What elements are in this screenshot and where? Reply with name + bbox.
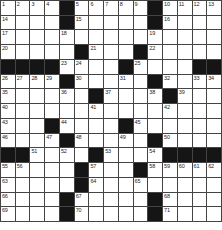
clue-number: 15 (76, 16, 82, 23)
cell-r4c1[interactable]: 20 (1, 45, 15, 59)
cell-r8c5[interactable] (60, 104, 74, 118)
black-cell-r12c10 (134, 163, 148, 177)
cell-r8c1[interactable]: 40 (1, 104, 15, 118)
cell-r3c10[interactable] (134, 30, 148, 44)
cell-r2c15[interactable] (207, 16, 221, 30)
cell-r11c4[interactable] (45, 148, 59, 162)
cell-r13c13[interactable] (178, 178, 192, 192)
cell-r12c4[interactable] (45, 163, 59, 177)
clue-number: 19 (149, 30, 155, 37)
cell-r11c11[interactable]: 54 (148, 148, 162, 162)
cell-r4c12[interactable] (163, 45, 177, 59)
cell-r7c11[interactable]: 38 (148, 89, 162, 103)
cell-r9c10[interactable]: 45 (134, 119, 148, 133)
clue-number: 2 (17, 1, 20, 8)
cell-r12c3[interactable] (30, 163, 44, 177)
cell-r10c2[interactable] (16, 134, 30, 148)
cell-r13c9[interactable] (119, 178, 133, 192)
cell-r5c12[interactable] (163, 60, 177, 74)
cell-r3c15[interactable] (207, 30, 221, 44)
black-cell-r11c12 (163, 148, 177, 162)
cell-r5c8[interactable] (104, 60, 118, 74)
cell-r6c4[interactable]: 29 (45, 75, 59, 89)
cell-r1c3[interactable]: 3 (30, 1, 44, 15)
clue-number: 27 (17, 75, 23, 82)
cell-r3c5[interactable]: 18 (60, 30, 74, 44)
black-cell-r1c11 (148, 1, 162, 15)
clue-number: 21 (90, 45, 96, 52)
cell-r8c6[interactable] (75, 104, 89, 118)
cell-r7c15[interactable] (207, 89, 221, 103)
cell-r1c9[interactable]: 8 (119, 1, 133, 15)
clue-number: 26 (2, 75, 8, 82)
cell-r3c12[interactable] (163, 30, 177, 44)
black-cell-r4c10 (134, 45, 148, 59)
black-cell-r11c7 (89, 148, 103, 162)
black-cell-r1c5 (60, 1, 74, 15)
clue-number: 43 (2, 119, 8, 126)
cell-r10c9[interactable]: 49 (119, 134, 133, 148)
cell-r4c3[interactable] (30, 45, 44, 59)
cell-r15c15[interactable] (207, 207, 221, 221)
cell-r15c12[interactable]: 71 (163, 207, 177, 221)
cell-r13c15[interactable] (207, 178, 221, 192)
cell-r10c14[interactable] (193, 134, 207, 148)
cell-r6c6[interactable]: 30 (75, 75, 89, 89)
cell-r9c1[interactable]: 43 (1, 119, 15, 133)
cell-r10c15[interactable] (207, 134, 221, 148)
black-cell-r10c5 (60, 134, 74, 148)
cell-r1c7[interactable]: 6 (89, 1, 103, 15)
clue-number: 3 (31, 1, 34, 8)
clue-number: 36 (61, 89, 67, 96)
cell-r9c2[interactable] (16, 119, 30, 133)
clue-number: 8 (120, 1, 123, 8)
cell-r3c1[interactable]: 17 (1, 30, 15, 44)
clue-number: 38 (149, 89, 155, 96)
cell-r3c9[interactable] (119, 30, 133, 44)
cell-r14c10[interactable] (134, 193, 148, 207)
cell-r5c11[interactable] (148, 60, 162, 74)
cell-r6c1[interactable]: 26 (1, 75, 15, 89)
cell-r11c10[interactable] (134, 148, 148, 162)
cell-r15c4[interactable] (45, 207, 59, 221)
cell-r8c10[interactable] (134, 104, 148, 118)
cell-r7c6[interactable] (75, 89, 89, 103)
black-cell-r15c11 (148, 207, 162, 221)
clue-number: 30 (76, 75, 82, 82)
clue-number: 64 (90, 178, 96, 185)
cell-r2c1[interactable]: 14 (1, 16, 15, 30)
cell-r11c8[interactable]: 53 (104, 148, 118, 162)
cell-r15c2[interactable] (16, 207, 30, 221)
cell-r9c6[interactable] (75, 119, 89, 133)
cell-r2c12[interactable]: 16 (163, 16, 177, 30)
cell-r12c9[interactable] (119, 163, 133, 177)
clue-number: 4 (46, 1, 49, 8)
cell-r14c8[interactable] (104, 193, 118, 207)
black-cell-r5c9 (119, 60, 133, 74)
black-cell-r15c5 (60, 207, 74, 221)
clue-number: 33 (194, 75, 200, 82)
cell-r12c7[interactable]: 57 (89, 163, 103, 177)
cell-r15c6[interactable]: 70 (75, 207, 89, 221)
crossword-grid: 1234567891011121314151617181920212223242… (0, 0, 222, 222)
black-cell-r12c6 (75, 163, 89, 177)
cell-r3c6[interactable] (75, 30, 89, 44)
cell-r1c6[interactable]: 5 (75, 1, 89, 15)
clue-number: 51 (31, 148, 37, 155)
cell-r9c11[interactable] (148, 119, 162, 133)
cell-r6c9[interactable]: 31 (119, 75, 133, 89)
clue-number: 65 (135, 178, 141, 185)
cell-r4c7[interactable]: 21 (89, 45, 103, 59)
clue-number: 6 (90, 1, 93, 8)
cell-r1c8[interactable]: 7 (104, 1, 118, 15)
black-cell-r7c7 (89, 89, 103, 103)
clue-number: 42 (164, 104, 170, 111)
clue-number: 52 (61, 148, 67, 155)
cell-r1c2[interactable]: 2 (16, 1, 30, 15)
cell-r14c1[interactable]: 66 (1, 193, 15, 207)
clue-number: 22 (149, 45, 155, 52)
cell-r7c5[interactable]: 36 (60, 89, 74, 103)
cell-r13c12[interactable] (163, 178, 177, 192)
cell-r9c5[interactable]: 44 (60, 119, 74, 133)
cell-r14c15[interactable] (207, 193, 221, 207)
clue-number: 35 (2, 89, 8, 96)
cell-r15c1[interactable]: 69 (1, 207, 15, 221)
cell-r14c9[interactable] (119, 193, 133, 207)
cell-r12c2[interactable]: 56 (16, 163, 30, 177)
cell-r15c8[interactable] (104, 207, 118, 221)
clue-number: 44 (61, 119, 67, 126)
black-cell-r5c14 (193, 60, 207, 74)
cell-r10c6[interactable]: 48 (75, 134, 89, 148)
clue-number: 41 (90, 104, 96, 111)
cell-r4c13[interactable] (178, 45, 192, 59)
cell-r8c13[interactable] (178, 104, 192, 118)
clue-number: 46 (2, 134, 8, 141)
cell-r15c9[interactable] (119, 207, 133, 221)
cell-r8c11[interactable] (148, 104, 162, 118)
cell-r1c14[interactable]: 12 (193, 1, 207, 15)
cell-r4c5[interactable] (60, 45, 74, 59)
cell-r11c6[interactable] (75, 148, 89, 162)
cell-r13c8[interactable] (104, 178, 118, 192)
cell-r10c8[interactable] (104, 134, 118, 148)
cell-r13c1[interactable]: 63 (1, 178, 15, 192)
clue-number: 71 (164, 207, 170, 214)
clue-number: 40 (2, 104, 8, 111)
clue-number: 47 (46, 134, 52, 141)
cell-r12c11[interactable]: 58 (148, 163, 162, 177)
cell-r7c10[interactable] (134, 89, 148, 103)
clue-number: 1 (2, 1, 5, 8)
cell-r2c9[interactable] (119, 16, 133, 30)
black-cell-r13c6 (75, 178, 89, 192)
black-cell-r11c15 (207, 148, 221, 162)
black-cell-r5c2 (16, 60, 30, 74)
clue-number: 9 (135, 1, 138, 8)
cell-r10c12[interactable]: 50 (163, 134, 177, 148)
black-cell-r7c12 (163, 89, 177, 103)
clue-number: 45 (135, 119, 141, 126)
cell-r4c2[interactable] (16, 45, 30, 59)
cell-r12c12[interactable]: 59 (163, 163, 177, 177)
cell-r8c15[interactable] (207, 104, 221, 118)
cell-r3c8[interactable] (104, 30, 118, 44)
cell-r15c14[interactable] (193, 207, 207, 221)
cell-r9c14[interactable] (193, 119, 207, 133)
black-cell-r9c4 (45, 119, 59, 133)
cell-r13c10[interactable]: 65 (134, 178, 148, 192)
cell-r2c7[interactable] (89, 16, 103, 30)
clue-number: 16 (164, 16, 170, 23)
cell-r1c15[interactable]: 13 (207, 1, 221, 15)
cell-r10c3[interactable] (30, 134, 44, 148)
black-cell-r14c11 (148, 193, 162, 207)
clue-number: 12 (194, 1, 200, 8)
cell-r3c2[interactable] (16, 30, 30, 44)
clue-number: 18 (61, 30, 67, 37)
cell-r1c1[interactable]: 1 (1, 1, 15, 15)
cell-r5c10[interactable]: 25 (134, 60, 148, 74)
cell-r2c6[interactable]: 15 (75, 16, 89, 30)
cell-r9c7[interactable] (89, 119, 103, 133)
clue-number: 37 (105, 89, 111, 96)
cell-r12c14[interactable]: 61 (193, 163, 207, 177)
cell-r13c3[interactable] (30, 178, 44, 192)
cell-r2c8[interactable] (104, 16, 118, 30)
cell-r14c14[interactable] (193, 193, 207, 207)
clue-number: 61 (194, 163, 200, 170)
cell-r8c9[interactable] (119, 104, 133, 118)
black-cell-r2c5 (60, 16, 74, 30)
cell-r6c15[interactable]: 34 (207, 75, 221, 89)
clue-number: 50 (164, 134, 170, 141)
black-cell-r5c4 (45, 60, 59, 74)
clue-number: 14 (2, 16, 8, 23)
cell-r6c13[interactable] (178, 75, 192, 89)
clue-number: 70 (76, 207, 82, 214)
clue-number: 55 (2, 163, 8, 170)
clue-number: 13 (208, 1, 214, 8)
cell-r4c8[interactable] (104, 45, 118, 59)
cell-r4c9[interactable] (119, 45, 133, 59)
cell-r2c13[interactable] (178, 16, 192, 30)
cell-r7c4[interactable] (45, 89, 59, 103)
cell-r15c3[interactable] (30, 207, 44, 221)
black-cell-r11c13 (178, 148, 192, 162)
black-cell-r11c1 (1, 148, 15, 162)
cell-r1c13[interactable]: 11 (178, 1, 192, 15)
cell-r2c10[interactable] (134, 16, 148, 30)
cell-r14c12[interactable]: 68 (163, 193, 177, 207)
cell-r6c2[interactable]: 27 (16, 75, 30, 89)
cell-r10c4[interactable]: 47 (45, 134, 59, 148)
cell-r8c7[interactable]: 41 (89, 104, 103, 118)
cell-r6c3[interactable]: 28 (30, 75, 44, 89)
cell-r6c14[interactable]: 33 (193, 75, 207, 89)
black-cell-r11c2 (16, 148, 30, 162)
cell-r2c3[interactable] (30, 16, 44, 30)
clue-number: 57 (90, 163, 96, 170)
clue-number: 34 (208, 75, 214, 82)
cell-r4c11[interactable]: 22 (148, 45, 162, 59)
cell-r8c8[interactable] (104, 104, 118, 118)
cell-r9c12[interactable] (163, 119, 177, 133)
cell-r14c4[interactable] (45, 193, 59, 207)
clue-number: 17 (2, 30, 8, 37)
clue-number: 31 (120, 75, 126, 82)
clue-number: 62 (208, 163, 214, 170)
black-cell-r10c11 (148, 134, 162, 148)
clue-number: 67 (76, 193, 82, 200)
cell-r3c3[interactable] (30, 30, 44, 44)
black-cell-r4c6 (75, 45, 89, 59)
clue-number: 59 (164, 163, 170, 170)
cell-r11c3[interactable]: 51 (30, 148, 44, 162)
cell-r13c11[interactable] (148, 178, 162, 192)
cell-r14c13[interactable] (178, 193, 192, 207)
cell-r12c13[interactable]: 60 (178, 163, 192, 177)
cell-r2c14[interactable] (193, 16, 207, 30)
cell-r10c10[interactable] (134, 134, 148, 148)
cell-r2c2[interactable] (16, 16, 30, 30)
cell-r8c3[interactable] (30, 104, 44, 118)
cell-r12c15[interactable]: 62 (207, 163, 221, 177)
clue-number: 39 (179, 89, 185, 96)
cell-r7c3[interactable] (30, 89, 44, 103)
cell-r8c14[interactable] (193, 104, 207, 118)
cell-r14c2[interactable] (16, 193, 30, 207)
cell-r9c3[interactable] (30, 119, 44, 133)
clue-number: 32 (164, 75, 170, 82)
cell-r6c12[interactable]: 32 (163, 75, 177, 89)
cell-r7c8[interactable]: 37 (104, 89, 118, 103)
cell-r5c6[interactable]: 24 (75, 60, 89, 74)
cell-r5c7[interactable] (89, 60, 103, 74)
clue-number: 10 (164, 1, 170, 8)
cell-r8c4[interactable] (45, 104, 59, 118)
clue-number: 66 (2, 193, 8, 200)
cell-r3c7[interactable] (89, 30, 103, 44)
cell-r13c2[interactable] (16, 178, 30, 192)
cell-r7c1[interactable]: 35 (1, 89, 15, 103)
cell-r3c13[interactable] (178, 30, 192, 44)
black-cell-r11c14 (193, 148, 207, 162)
clue-number: 24 (76, 60, 82, 67)
clue-number: 69 (2, 207, 8, 214)
clue-number: 63 (2, 178, 8, 185)
clue-number: 23 (61, 60, 67, 67)
black-cell-r2c11 (148, 16, 162, 30)
cell-r8c2[interactable] (16, 104, 30, 118)
clue-number: 25 (135, 60, 141, 67)
clue-number: 49 (120, 134, 126, 141)
black-cell-r6c5 (60, 75, 74, 89)
cell-r6c10[interactable] (134, 75, 148, 89)
black-cell-r5c1 (1, 60, 15, 74)
clue-number: 68 (164, 193, 170, 200)
cell-r13c5[interactable] (60, 178, 74, 192)
cell-r3c14[interactable] (193, 30, 207, 44)
cell-r1c12[interactable]: 10 (163, 1, 177, 15)
cell-r14c6[interactable]: 67 (75, 193, 89, 207)
cell-r5c13[interactable] (178, 60, 192, 74)
cell-r15c10[interactable] (134, 207, 148, 221)
cell-r12c8[interactable] (104, 163, 118, 177)
clue-number: 28 (31, 75, 37, 82)
cell-r7c9[interactable] (119, 89, 133, 103)
cell-r13c14[interactable] (193, 178, 207, 192)
clue-number: 48 (76, 134, 82, 141)
black-cell-r14c5 (60, 193, 74, 207)
cell-r2c4[interactable] (45, 16, 59, 30)
cell-r10c1[interactable]: 46 (1, 134, 15, 148)
cell-r4c15[interactable] (207, 45, 221, 59)
cell-r11c9[interactable] (119, 148, 133, 162)
cell-r8c12[interactable]: 42 (163, 104, 177, 118)
black-cell-r9c9 (119, 119, 133, 133)
cell-r13c7[interactable]: 64 (89, 178, 103, 192)
cell-r7c13[interactable]: 39 (178, 89, 192, 103)
cell-r11c5[interactable]: 52 (60, 148, 74, 162)
cell-r1c10[interactable]: 9 (134, 1, 148, 15)
cell-r12c5[interactable] (60, 163, 74, 177)
cell-r7c2[interactable] (16, 89, 30, 103)
cell-r9c8[interactable] (104, 119, 118, 133)
cell-r13c4[interactable] (45, 178, 59, 192)
clue-number: 20 (2, 45, 8, 52)
cell-r1c4[interactable]: 4 (45, 1, 59, 15)
clue-number: 5 (76, 1, 79, 8)
cell-r12c1[interactable]: 55 (1, 163, 15, 177)
black-cell-r6c11 (148, 75, 162, 89)
clue-number: 7 (105, 1, 108, 8)
black-cell-r5c3 (30, 60, 44, 74)
cell-r15c7[interactable] (89, 207, 103, 221)
cell-r10c7[interactable] (89, 134, 103, 148)
cell-r14c7[interactable] (89, 193, 103, 207)
cell-r4c4[interactable] (45, 45, 59, 59)
cell-r14c3[interactable] (30, 193, 44, 207)
cell-r6c8[interactable] (104, 75, 118, 89)
clue-number: 54 (149, 148, 155, 155)
clue-number: 60 (179, 163, 185, 170)
clue-number: 29 (46, 75, 52, 82)
cell-r3c4[interactable] (45, 30, 59, 44)
cell-r9c13[interactable] (178, 119, 192, 133)
cell-r9c15[interactable] (207, 119, 221, 133)
clue-number: 58 (149, 163, 155, 170)
cell-r4c14[interactable] (193, 45, 207, 59)
clue-number: 53 (105, 148, 111, 155)
cell-r6c7[interactable] (89, 75, 103, 89)
clue-number: 56 (17, 163, 23, 170)
clue-number: 11 (179, 1, 184, 8)
cell-r15c13[interactable] (178, 207, 192, 221)
black-cell-r5c15 (207, 60, 221, 74)
cell-r5c5[interactable]: 23 (60, 60, 74, 74)
cell-r10c13[interactable] (178, 134, 192, 148)
cell-r3c11[interactable]: 19 (148, 30, 162, 44)
cell-r7c14[interactable] (193, 89, 207, 103)
